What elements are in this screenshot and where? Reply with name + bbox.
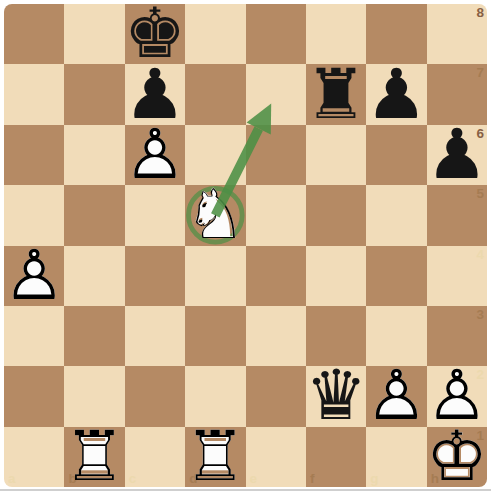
white-rook-outline-glyph: ♖: [184, 426, 246, 486]
square-d3[interactable]: [185, 306, 245, 366]
piece-white-rook[interactable]: ♜♖: [185, 427, 245, 487]
rank-label-7: 7: [476, 66, 484, 80]
black-queen-glyph: ♛: [305, 365, 367, 425]
square-g2[interactable]: ♟♙: [366, 366, 426, 426]
square-a3[interactable]: [4, 306, 64, 366]
square-g6[interactable]: [366, 125, 426, 185]
square-f7[interactable]: ♜: [306, 64, 366, 124]
square-e3[interactable]: [246, 306, 306, 366]
rank-label-3: 3: [476, 308, 484, 322]
piece-black-queen[interactable]: ♛: [306, 366, 366, 426]
white-rook-outline-glyph: ♖: [64, 426, 126, 486]
square-e1[interactable]: e: [246, 427, 306, 487]
square-g1[interactable]: g: [366, 427, 426, 487]
piece-white-knight[interactable]: ♞♘: [185, 185, 245, 245]
square-c5[interactable]: [125, 185, 185, 245]
square-d5[interactable]: ♞♘: [185, 185, 245, 245]
square-h8[interactable]: 8: [427, 4, 487, 64]
square-b1[interactable]: b♜♖: [64, 427, 124, 487]
square-b6[interactable]: [64, 125, 124, 185]
square-f2[interactable]: ♛: [306, 366, 366, 426]
white-knight-outline-glyph: ♘: [184, 184, 246, 244]
square-g5[interactable]: [366, 185, 426, 245]
square-e8[interactable]: [246, 4, 306, 64]
square-a6[interactable]: [4, 125, 64, 185]
piece-black-pawn[interactable]: ♟: [366, 64, 426, 124]
piece-black-rook[interactable]: ♜: [306, 64, 366, 124]
black-pawn-glyph: ♟: [366, 63, 428, 123]
square-h5[interactable]: 5: [427, 185, 487, 245]
square-c4[interactable]: [125, 246, 185, 306]
square-g4[interactable]: [366, 246, 426, 306]
square-e7[interactable]: [246, 64, 306, 124]
board-grid: ♚8♟♜♟7♟♙6♟♞♘5♟♙43♛♟♙2♟♙ab♜♖cd♜♖efg1h♚♔: [4, 4, 487, 487]
square-d1[interactable]: d♜♖: [185, 427, 245, 487]
square-a1[interactable]: a: [4, 427, 64, 487]
file-label-e: e: [250, 472, 258, 486]
file-label-c: c: [129, 472, 137, 486]
chessboard: ♚8♟♜♟7♟♙6♟♞♘5♟♙43♛♟♙2♟♙ab♜♖cd♜♖efg1h♚♔: [4, 4, 487, 487]
black-pawn-glyph: ♟: [426, 124, 487, 184]
white-pawn-outline-glyph: ♙: [4, 244, 65, 304]
square-c2[interactable]: [125, 366, 185, 426]
piece-black-pawn[interactable]: ♟: [427, 125, 487, 185]
square-a8[interactable]: [4, 4, 64, 64]
file-label-g: g: [370, 472, 378, 486]
square-h6[interactable]: 6♟: [427, 125, 487, 185]
piece-white-pawn[interactable]: ♟♙: [366, 366, 426, 426]
chess-diagram: ♚8♟♜♟7♟♙6♟♞♘5♟♙43♛♟♙2♟♙ab♜♖cd♜♖efg1h♚♔: [0, 0, 491, 491]
square-e5[interactable]: [246, 185, 306, 245]
square-c3[interactable]: [125, 306, 185, 366]
piece-white-pawn[interactable]: ♟♙: [125, 125, 185, 185]
square-c1[interactable]: c: [125, 427, 185, 487]
square-g7[interactable]: ♟: [366, 64, 426, 124]
square-e2[interactable]: [246, 366, 306, 426]
square-a2[interactable]: [4, 366, 64, 426]
white-king-outline-glyph: ♔: [426, 426, 487, 486]
square-f4[interactable]: [306, 246, 366, 306]
rank-label-8: 8: [476, 6, 484, 20]
square-e4[interactable]: [246, 246, 306, 306]
white-pawn-outline-glyph: ♙: [366, 365, 428, 425]
white-pawn-outline-glyph: ♙: [124, 124, 186, 184]
square-b3[interactable]: [64, 306, 124, 366]
square-b5[interactable]: [64, 185, 124, 245]
piece-white-king[interactable]: ♚♔: [427, 427, 487, 487]
file-label-a: a: [8, 472, 16, 486]
square-d4[interactable]: [185, 246, 245, 306]
square-a4[interactable]: ♟♙: [4, 246, 64, 306]
square-h4[interactable]: 4: [427, 246, 487, 306]
square-f5[interactable]: [306, 185, 366, 245]
square-d8[interactable]: [185, 4, 245, 64]
square-b4[interactable]: [64, 246, 124, 306]
square-e6[interactable]: [246, 125, 306, 185]
piece-white-pawn[interactable]: ♟♙: [4, 246, 64, 306]
square-c6[interactable]: ♟♙: [125, 125, 185, 185]
file-label-f: f: [310, 472, 315, 486]
black-rook-glyph: ♜: [305, 63, 367, 123]
square-a7[interactable]: [4, 64, 64, 124]
square-b7[interactable]: [64, 64, 124, 124]
square-h1[interactable]: 1h♚♔: [427, 427, 487, 487]
square-f6[interactable]: [306, 125, 366, 185]
square-d7[interactable]: [185, 64, 245, 124]
square-f1[interactable]: f: [306, 427, 366, 487]
square-b8[interactable]: [64, 4, 124, 64]
rank-label-4: 4: [476, 248, 484, 262]
piece-white-rook[interactable]: ♜♖: [64, 427, 124, 487]
